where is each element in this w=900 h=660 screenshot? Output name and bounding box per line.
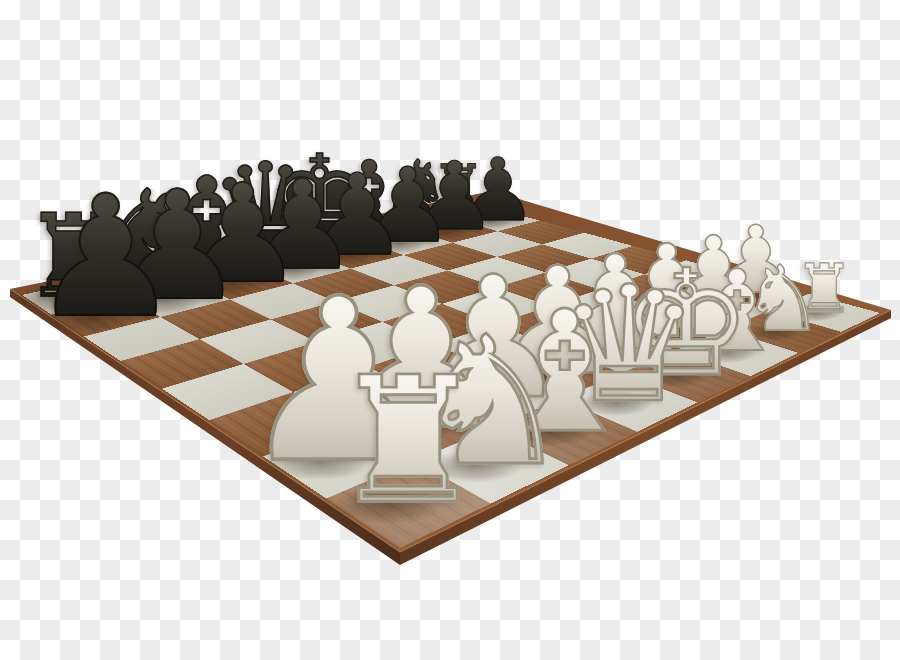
chess-scene: ♜♞♝♛♚♝♞♜♟♟♟♟♟♟♟♟♟♟♟♟♟♟♟♟♜♞♝♛♚♝♞♜ (0, 0, 900, 660)
